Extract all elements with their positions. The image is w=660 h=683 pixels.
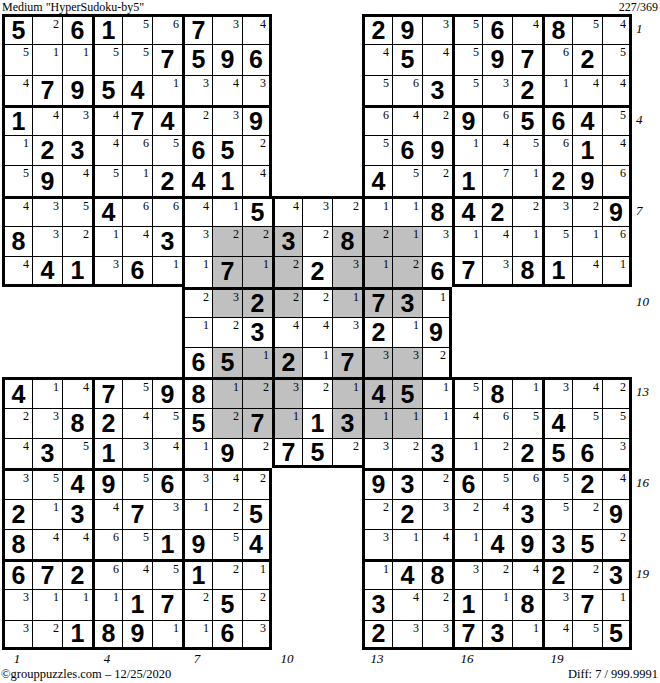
cell-r8c10[interactable]: 3	[272, 226, 302, 256]
cell-r20c15[interactable]: 2	[422, 589, 452, 619]
cell-r7c17[interactable]: 2	[482, 196, 512, 226]
cell-r17c4[interactable]: 4	[92, 499, 122, 529]
cell-r7c1[interactable]: 4	[2, 196, 32, 226]
cell-r8c1[interactable]: 8	[2, 226, 32, 256]
cell-r8c9[interactable]: 2	[242, 226, 272, 256]
cell-r2c5[interactable]: 5	[122, 44, 152, 74]
cell-r11c13[interactable]: 2	[362, 317, 392, 347]
cell-r2c3[interactable]: 1	[62, 44, 92, 74]
cell-r16c7[interactable]: 3	[182, 468, 212, 498]
cell-r9c7[interactable]: 1	[182, 256, 212, 286]
cell-r1c19[interactable]: 8	[542, 14, 572, 44]
cell-r11c10[interactable]: 4	[272, 317, 302, 347]
cell-r21c18[interactable]: 1	[512, 620, 542, 650]
cell-r17c16[interactable]: 2	[452, 499, 482, 529]
cell-r7c21[interactable]: 9	[602, 196, 632, 226]
cell-r4c5[interactable]: 7	[122, 105, 152, 135]
cell-r9c15[interactable]: 6	[422, 256, 452, 286]
cell-r13c17[interactable]: 8	[482, 377, 512, 407]
cell-r17c1[interactable]: 2	[2, 499, 32, 529]
cell-r10c15[interactable]: 1	[422, 287, 452, 317]
cell-r15c8[interactable]: 9	[212, 438, 242, 468]
cell-r10c7[interactable]: 2	[182, 287, 212, 317]
cell-r11c12[interactable]: 3	[332, 317, 362, 347]
cell-r7c2[interactable]: 3	[32, 196, 62, 226]
cell-r7c12[interactable]: 2	[332, 196, 362, 226]
cell-r6c18[interactable]: 1	[512, 165, 542, 195]
cell-r9c21[interactable]: 1	[602, 256, 632, 286]
cell-r16c16[interactable]: 6	[452, 468, 482, 498]
cell-r9c12[interactable]: 3	[332, 256, 362, 286]
cell-r5c6[interactable]: 5	[152, 135, 182, 165]
cell-r2c20[interactable]: 2	[572, 44, 602, 74]
cell-r15c11[interactable]: 5	[302, 438, 332, 468]
cell-r19c7[interactable]: 1	[182, 559, 212, 589]
cell-r14c18[interactable]: 5	[512, 408, 542, 438]
cell-r20c7[interactable]: 2	[182, 589, 212, 619]
cell-r15c1[interactable]: 4	[2, 438, 32, 468]
cell-r7c18[interactable]: 2	[512, 196, 542, 226]
cell-r9c3[interactable]: 1	[62, 256, 92, 286]
cell-r2c14[interactable]: 5	[392, 44, 422, 74]
cell-r8c3[interactable]: 2	[62, 226, 92, 256]
cell-r19c5[interactable]: 4	[122, 559, 152, 589]
cell-r21c3[interactable]: 1	[62, 620, 92, 650]
cell-r13c14[interactable]: 5	[392, 377, 422, 407]
cell-r19c14[interactable]: 4	[392, 559, 422, 589]
cell-r6c9[interactable]: 4	[242, 165, 272, 195]
cell-r5c18[interactable]: 5	[512, 135, 542, 165]
cell-r6c5[interactable]: 1	[122, 165, 152, 195]
cell-r2c9[interactable]: 6	[242, 44, 272, 74]
cell-r4c6[interactable]: 4	[152, 105, 182, 135]
cell-r21c9[interactable]: 3	[242, 620, 272, 650]
cell-r4c19[interactable]: 6	[542, 105, 572, 135]
cell-r6c16[interactable]: 1	[452, 165, 482, 195]
cell-r2c17[interactable]: 9	[482, 44, 512, 74]
cell-r18c4[interactable]: 6	[92, 529, 122, 559]
cell-r1c4[interactable]: 1	[92, 14, 122, 44]
cell-r8c8[interactable]: 2	[212, 226, 242, 256]
cell-r18c3[interactable]: 4	[62, 529, 92, 559]
cell-r12c10[interactable]: 2	[272, 347, 302, 377]
cell-r20c19[interactable]: 3	[542, 589, 572, 619]
cell-r9c5[interactable]: 6	[122, 256, 152, 286]
cell-r13c10[interactable]: 3	[272, 377, 302, 407]
cell-r19c1[interactable]: 6	[2, 559, 32, 589]
cell-r21c14[interactable]: 3	[392, 620, 422, 650]
cell-r9c19[interactable]: 1	[542, 256, 572, 286]
cell-r8c4[interactable]: 1	[92, 226, 122, 256]
cell-r7c10[interactable]: 4	[272, 196, 302, 226]
cell-r4c7[interactable]: 2	[182, 105, 212, 135]
cell-r21c21[interactable]: 5	[602, 620, 632, 650]
cell-r3c9[interactable]: 3	[242, 75, 272, 105]
cell-r15c5[interactable]: 3	[122, 438, 152, 468]
cell-r18c7[interactable]: 9	[182, 529, 212, 559]
cell-r9c1[interactable]: 4	[2, 256, 32, 286]
cell-r10c8[interactable]: 3	[212, 287, 242, 317]
cell-r5c2[interactable]: 2	[32, 135, 62, 165]
cell-r7c9[interactable]: 5	[242, 196, 272, 226]
cell-r15c17[interactable]: 2	[482, 438, 512, 468]
cell-r20c17[interactable]: 1	[482, 589, 512, 619]
cell-r14c20[interactable]: 5	[572, 408, 602, 438]
cell-r5c17[interactable]: 4	[482, 135, 512, 165]
cell-r20c8[interactable]: 5	[212, 589, 242, 619]
cell-r9c18[interactable]: 8	[512, 256, 542, 286]
cell-r13c6[interactable]: 9	[152, 377, 182, 407]
cell-r2c1[interactable]: 5	[2, 44, 32, 74]
cell-r4c2[interactable]: 4	[32, 105, 62, 135]
cell-r20c21[interactable]: 1	[602, 589, 632, 619]
cell-r4c8[interactable]: 3	[212, 105, 242, 135]
cell-r16c4[interactable]: 9	[92, 468, 122, 498]
cell-r3c20[interactable]: 4	[572, 75, 602, 105]
cell-r13c15[interactable]: 1	[422, 377, 452, 407]
cell-r13c2[interactable]: 1	[32, 377, 62, 407]
cell-r2c2[interactable]: 1	[32, 44, 62, 74]
cell-r4c13[interactable]: 6	[362, 105, 392, 135]
cell-r9c8[interactable]: 7	[212, 256, 242, 286]
cell-r18c14[interactable]: 1	[392, 529, 422, 559]
cell-r15c19[interactable]: 5	[542, 438, 572, 468]
cell-r11c15[interactable]: 9	[422, 317, 452, 347]
cell-r7c20[interactable]: 2	[572, 196, 602, 226]
cell-r2c4[interactable]: 5	[92, 44, 122, 74]
cell-r21c4[interactable]: 8	[92, 620, 122, 650]
cell-r12c9[interactable]: 1	[242, 347, 272, 377]
cell-r8c14[interactable]: 1	[392, 226, 422, 256]
cell-r21c8[interactable]: 6	[212, 620, 242, 650]
cell-r6c13[interactable]: 4	[362, 165, 392, 195]
cell-r1c13[interactable]: 2	[362, 14, 392, 44]
cell-r13c18[interactable]: 1	[512, 377, 542, 407]
cell-r7c13[interactable]: 1	[362, 196, 392, 226]
cell-r16c13[interactable]: 9	[362, 468, 392, 498]
cell-r20c1[interactable]: 3	[2, 589, 32, 619]
cell-r8c21[interactable]: 6	[602, 226, 632, 256]
cell-r19c16[interactable]: 3	[452, 559, 482, 589]
cell-r14c10[interactable]: 1	[272, 408, 302, 438]
cell-r15c12[interactable]: 2	[332, 438, 362, 468]
cell-r19c13[interactable]: 1	[362, 559, 392, 589]
cell-r8c7[interactable]: 3	[182, 226, 212, 256]
cell-r7c5[interactable]: 6	[122, 196, 152, 226]
cell-r17c19[interactable]: 5	[542, 499, 572, 529]
cell-r12c12[interactable]: 7	[332, 347, 362, 377]
cell-r8c5[interactable]: 4	[122, 226, 152, 256]
cell-r4c18[interactable]: 5	[512, 105, 542, 135]
cell-r17c13[interactable]: 2	[362, 499, 392, 529]
cell-r8c17[interactable]: 4	[482, 226, 512, 256]
cell-r7c16[interactable]: 4	[452, 196, 482, 226]
cell-r7c4[interactable]: 4	[92, 196, 122, 226]
cell-r8c18[interactable]: 1	[512, 226, 542, 256]
cell-r17c6[interactable]: 3	[152, 499, 182, 529]
cell-r2c16[interactable]: 5	[452, 44, 482, 74]
cell-r21c5[interactable]: 9	[122, 620, 152, 650]
cell-r1c7[interactable]: 7	[182, 14, 212, 44]
cell-r20c5[interactable]: 1	[122, 589, 152, 619]
cell-r13c13[interactable]: 4	[362, 377, 392, 407]
cell-r20c14[interactable]: 4	[392, 589, 422, 619]
cell-r3c8[interactable]: 4	[212, 75, 242, 105]
cell-r3c3[interactable]: 9	[62, 75, 92, 105]
cell-r4c17[interactable]: 6	[482, 105, 512, 135]
cell-r5c9[interactable]: 2	[242, 135, 272, 165]
cell-r21c13[interactable]: 2	[362, 620, 392, 650]
cell-r2c6[interactable]: 7	[152, 44, 182, 74]
cell-r14c1[interactable]: 2	[2, 408, 32, 438]
cell-r7c11[interactable]: 3	[302, 196, 332, 226]
cell-r20c16[interactable]: 1	[452, 589, 482, 619]
cell-r15c9[interactable]: 2	[242, 438, 272, 468]
cell-r14c5[interactable]: 4	[122, 408, 152, 438]
cell-r1c3[interactable]: 6	[62, 14, 92, 44]
cell-r13c8[interactable]: 1	[212, 377, 242, 407]
cell-r6c14[interactable]: 5	[392, 165, 422, 195]
cell-r16c18[interactable]: 6	[512, 468, 542, 498]
cell-r9c16[interactable]: 7	[452, 256, 482, 286]
cell-r21c7[interactable]: 1	[182, 620, 212, 650]
cell-r16c14[interactable]: 3	[392, 468, 422, 498]
cell-r5c19[interactable]: 6	[542, 135, 572, 165]
cell-r6c7[interactable]: 4	[182, 165, 212, 195]
cell-r9c13[interactable]: 1	[362, 256, 392, 286]
cell-r6c19[interactable]: 2	[542, 165, 572, 195]
cell-r3c1[interactable]: 4	[2, 75, 32, 105]
cell-r20c20[interactable]: 7	[572, 589, 602, 619]
cell-r15c16[interactable]: 1	[452, 438, 482, 468]
cell-r3c18[interactable]: 2	[512, 75, 542, 105]
cell-r9c14[interactable]: 2	[392, 256, 422, 286]
cell-r13c5[interactable]: 5	[122, 377, 152, 407]
cell-r9c2[interactable]: 4	[32, 256, 62, 286]
cell-r6c20[interactable]: 9	[572, 165, 602, 195]
cell-r4c20[interactable]: 4	[572, 105, 602, 135]
cell-r5c14[interactable]: 6	[392, 135, 422, 165]
cell-r20c4[interactable]: 1	[92, 589, 122, 619]
cell-r21c19[interactable]: 4	[542, 620, 572, 650]
cell-r5c5[interactable]: 6	[122, 135, 152, 165]
cell-r2c7[interactable]: 5	[182, 44, 212, 74]
cell-r18c20[interactable]: 5	[572, 529, 602, 559]
cell-r17c2[interactable]: 1	[32, 499, 62, 529]
cell-r19c9[interactable]: 1	[242, 559, 272, 589]
cell-r19c18[interactable]: 4	[512, 559, 542, 589]
cell-r12c13[interactable]: 3	[362, 347, 392, 377]
cell-r18c18[interactable]: 9	[512, 529, 542, 559]
cell-r10c9[interactable]: 2	[242, 287, 272, 317]
cell-r3c21[interactable]: 4	[602, 75, 632, 105]
cell-r4c9[interactable]: 9	[242, 105, 272, 135]
cell-r15c3[interactable]: 5	[62, 438, 92, 468]
cell-r12c14[interactable]: 3	[392, 347, 422, 377]
cell-r3c2[interactable]: 7	[32, 75, 62, 105]
cell-r3c15[interactable]: 3	[422, 75, 452, 105]
cell-r17c18[interactable]: 3	[512, 499, 542, 529]
cell-r2c8[interactable]: 9	[212, 44, 242, 74]
cell-r16c19[interactable]: 5	[542, 468, 572, 498]
cell-r20c3[interactable]: 1	[62, 589, 92, 619]
cell-r2c18[interactable]: 7	[512, 44, 542, 74]
cell-r2c21[interactable]: 5	[602, 44, 632, 74]
cell-r5c20[interactable]: 1	[572, 135, 602, 165]
cell-r13c9[interactable]: 2	[242, 377, 272, 407]
cell-r7c14[interactable]: 1	[392, 196, 422, 226]
cell-r14c3[interactable]: 8	[62, 408, 92, 438]
cell-r1c21[interactable]: 4	[602, 14, 632, 44]
cell-r2c15[interactable]: 4	[422, 44, 452, 74]
cell-r12c15[interactable]: 2	[422, 347, 452, 377]
cell-r1c1[interactable]: 5	[2, 14, 32, 44]
cell-r1c9[interactable]: 4	[242, 14, 272, 44]
cell-r5c16[interactable]: 1	[452, 135, 482, 165]
cell-r18c9[interactable]: 4	[242, 529, 272, 559]
cell-r4c14[interactable]: 4	[392, 105, 422, 135]
cell-r17c9[interactable]: 5	[242, 499, 272, 529]
cell-r3c14[interactable]: 6	[392, 75, 422, 105]
cell-r16c21[interactable]: 4	[602, 468, 632, 498]
cell-r12c11[interactable]: 1	[302, 347, 332, 377]
cell-r1c8[interactable]: 3	[212, 14, 242, 44]
cell-r17c8[interactable]: 2	[212, 499, 242, 529]
cell-r20c2[interactable]: 1	[32, 589, 62, 619]
cell-r21c20[interactable]: 5	[572, 620, 602, 650]
cell-r15c10[interactable]: 7	[272, 438, 302, 468]
cell-r10c11[interactable]: 2	[302, 287, 332, 317]
cell-r21c16[interactable]: 7	[452, 620, 482, 650]
cell-r6c15[interactable]: 2	[422, 165, 452, 195]
cell-r14c9[interactable]: 7	[242, 408, 272, 438]
cell-r5c13[interactable]: 5	[362, 135, 392, 165]
cell-r21c6[interactable]: 1	[152, 620, 182, 650]
cell-r16c3[interactable]: 4	[62, 468, 92, 498]
cell-r7c6[interactable]: 6	[152, 196, 182, 226]
cell-r8c13[interactable]: 2	[362, 226, 392, 256]
cell-r5c8[interactable]: 5	[212, 135, 242, 165]
cell-r10c10[interactable]: 2	[272, 287, 302, 317]
cell-r15c6[interactable]: 4	[152, 438, 182, 468]
cell-r16c9[interactable]: 2	[242, 468, 272, 498]
cell-r3c13[interactable]: 5	[362, 75, 392, 105]
cell-r3c5[interactable]: 4	[122, 75, 152, 105]
cell-r15c18[interactable]: 2	[512, 438, 542, 468]
cell-r1c16[interactable]: 5	[452, 14, 482, 44]
cell-r17c14[interactable]: 2	[392, 499, 422, 529]
cell-r21c15[interactable]: 3	[422, 620, 452, 650]
cell-r20c6[interactable]: 7	[152, 589, 182, 619]
cell-r18c5[interactable]: 5	[122, 529, 152, 559]
cell-r11c8[interactable]: 2	[212, 317, 242, 347]
cell-r6c6[interactable]: 2	[152, 165, 182, 195]
cell-r20c18[interactable]: 8	[512, 589, 542, 619]
cell-r14c8[interactable]: 2	[212, 408, 242, 438]
cell-r15c15[interactable]: 3	[422, 438, 452, 468]
cell-r1c2[interactable]: 2	[32, 14, 62, 44]
cell-r14c15[interactable]: 1	[422, 408, 452, 438]
cell-r7c3[interactable]: 5	[62, 196, 92, 226]
cell-r14c12[interactable]: 3	[332, 408, 362, 438]
cell-r8c6[interactable]: 3	[152, 226, 182, 256]
cell-r13c21[interactable]: 2	[602, 377, 632, 407]
cell-r14c21[interactable]: 5	[602, 408, 632, 438]
cell-r17c5[interactable]: 7	[122, 499, 152, 529]
cell-r1c6[interactable]: 6	[152, 14, 182, 44]
cell-r16c20[interactable]: 2	[572, 468, 602, 498]
cell-r17c3[interactable]: 3	[62, 499, 92, 529]
cell-r12c8[interactable]: 5	[212, 347, 242, 377]
cell-r6c3[interactable]: 4	[62, 165, 92, 195]
cell-r13c20[interactable]: 4	[572, 377, 602, 407]
cell-r13c7[interactable]: 8	[182, 377, 212, 407]
cell-r18c2[interactable]: 4	[32, 529, 62, 559]
cell-r9c20[interactable]: 4	[572, 256, 602, 286]
cell-r3c6[interactable]: 1	[152, 75, 182, 105]
cell-r16c8[interactable]: 4	[212, 468, 242, 498]
cell-r11c7[interactable]: 1	[182, 317, 212, 347]
cell-r7c8[interactable]: 1	[212, 196, 242, 226]
cell-r15c21[interactable]: 3	[602, 438, 632, 468]
cell-r15c2[interactable]: 3	[32, 438, 62, 468]
cell-r18c8[interactable]: 5	[212, 529, 242, 559]
cell-r18c16[interactable]: 1	[452, 529, 482, 559]
cell-r5c15[interactable]: 9	[422, 135, 452, 165]
cell-r8c19[interactable]: 5	[542, 226, 572, 256]
cell-r16c2[interactable]: 5	[32, 468, 62, 498]
cell-r19c8[interactable]: 2	[212, 559, 242, 589]
cell-r3c19[interactable]: 1	[542, 75, 572, 105]
cell-r16c5[interactable]: 5	[122, 468, 152, 498]
cell-r2c19[interactable]: 6	[542, 44, 572, 74]
cell-r18c21[interactable]: 2	[602, 529, 632, 559]
cell-r14c6[interactable]: 5	[152, 408, 182, 438]
cell-r15c14[interactable]: 2	[392, 438, 422, 468]
cell-r17c21[interactable]: 9	[602, 499, 632, 529]
cell-r6c1[interactable]: 5	[2, 165, 32, 195]
cell-r9c6[interactable]: 1	[152, 256, 182, 286]
cell-r19c6[interactable]: 5	[152, 559, 182, 589]
cell-r8c15[interactable]: 3	[422, 226, 452, 256]
cell-r5c3[interactable]: 3	[62, 135, 92, 165]
cell-r1c18[interactable]: 4	[512, 14, 542, 44]
cell-r15c20[interactable]: 6	[572, 438, 602, 468]
cell-r13c19[interactable]: 3	[542, 377, 572, 407]
cell-r14c19[interactable]: 4	[542, 408, 572, 438]
cell-r11c9[interactable]: 3	[242, 317, 272, 347]
cell-r19c3[interactable]: 2	[62, 559, 92, 589]
cell-r9c10[interactable]: 2	[272, 256, 302, 286]
cell-r9c11[interactable]: 2	[302, 256, 332, 286]
cell-r19c2[interactable]: 7	[32, 559, 62, 589]
cell-r4c3[interactable]: 3	[62, 105, 92, 135]
cell-r21c17[interactable]: 3	[482, 620, 512, 650]
cell-r7c19[interactable]: 3	[542, 196, 572, 226]
cell-r14c13[interactable]: 1	[362, 408, 392, 438]
cell-r18c19[interactable]: 3	[542, 529, 572, 559]
cell-r11c14[interactable]: 1	[392, 317, 422, 347]
cell-r14c17[interactable]: 6	[482, 408, 512, 438]
cell-r10c13[interactable]: 7	[362, 287, 392, 317]
cell-r16c6[interactable]: 6	[152, 468, 182, 498]
cell-r3c4[interactable]: 5	[92, 75, 122, 105]
cell-r19c17[interactable]: 2	[482, 559, 512, 589]
cell-r19c15[interactable]: 8	[422, 559, 452, 589]
cell-r6c2[interactable]: 9	[32, 165, 62, 195]
cell-r15c4[interactable]: 1	[92, 438, 122, 468]
cell-r5c7[interactable]: 6	[182, 135, 212, 165]
